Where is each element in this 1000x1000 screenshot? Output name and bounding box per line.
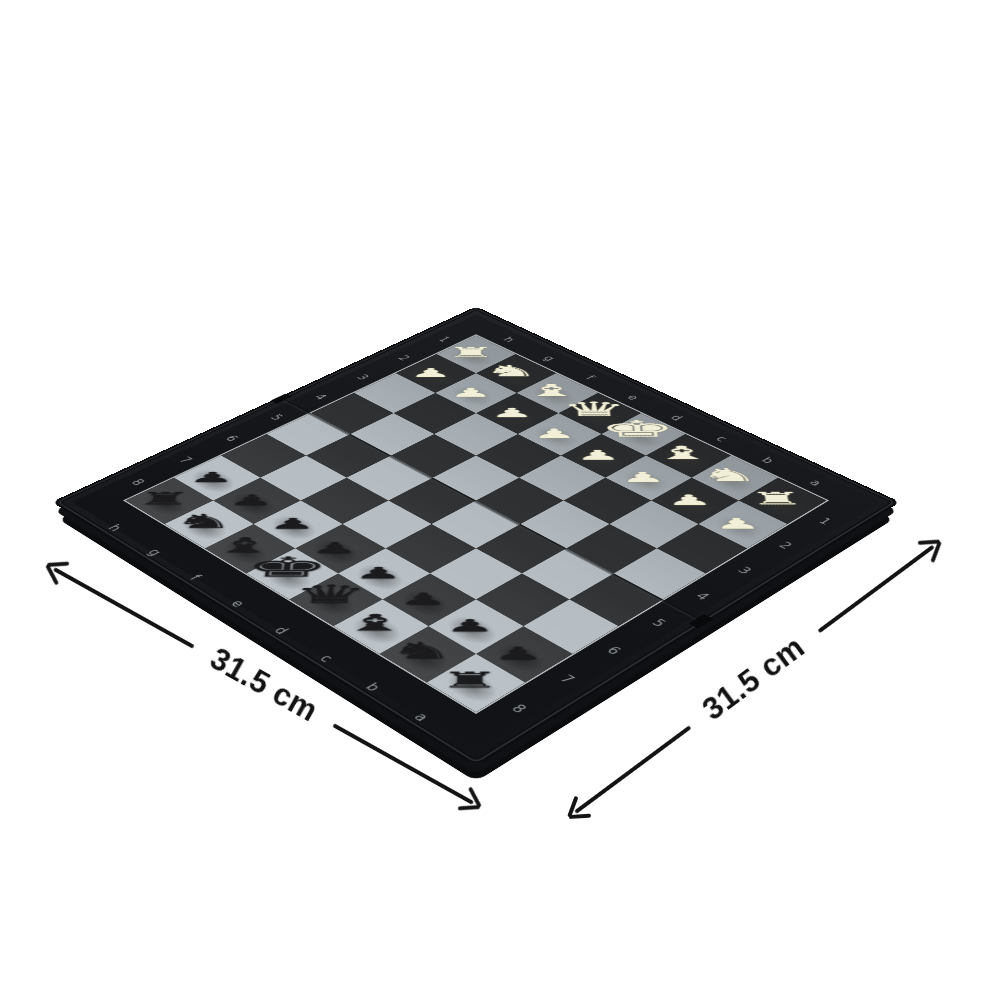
pawn-glyph: ♟ [187,470,235,484]
arrow-line [817,545,934,633]
king-glyph: ♚ [598,417,677,440]
folding-case: hhggffeeddccbbaa1122334455667788 ♜♞♝♛♚♝♞… [52,306,901,766]
arrowhead-icon [47,562,69,567]
knight-glyph: ♞ [483,363,539,379]
pawn-glyph: ♟ [575,448,621,462]
knight-glyph: ♞ [697,466,760,484]
arrowhead-icon [569,814,591,819]
chess-board-3d: hhggffeeddccbbaa1122334455667788 ♜♞♝♛♚♝♞… [52,306,901,766]
arrowhead-icon [45,564,59,585]
product-photo-stage: hhggffeeddccbbaa1122334455667788 ♜♞♝♛♚♝♞… [0,0,1000,1000]
rook-glyph: ♜ [446,345,496,359]
pawn-glyph: ♟ [449,386,492,399]
arrow-line [574,725,691,813]
pawn-glyph: ♟ [409,367,452,379]
pawn-glyph: ♟ [619,470,666,484]
pawn-glyph: ♟ [532,427,577,440]
bishop-glyph: ♝ [523,382,582,399]
pawn-glyph: ♟ [490,406,534,419]
arrowhead-icon [458,805,480,810]
dimension-label-right: 31.5 cm [696,629,812,728]
bishop-glyph: ♝ [651,443,714,461]
